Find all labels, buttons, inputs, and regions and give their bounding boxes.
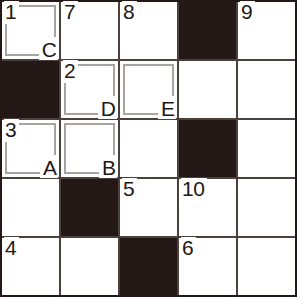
black-cell-r2c3 [179,120,236,177]
clue-number: 4 [4,237,19,260]
grid-cell-r0c0[interactable]: 1C [2,2,59,59]
clue-number: 7 [63,1,78,24]
grid-cell-r0c1[interactable]: 7 [61,2,118,59]
grid-cell-r1c4[interactable] [238,61,295,118]
clue-number: 9 [240,1,255,24]
grid-cell-r1c3[interactable] [179,61,236,118]
clue-number: 1 [4,1,19,24]
clue-number: 2 [63,60,78,83]
grid-cell-r0c2[interactable]: 8 [120,2,177,59]
grid-cell-r1c2[interactable]: E [120,61,177,118]
grid-cell-r3c4[interactable] [238,179,295,236]
grid-cell-r4c0[interactable]: 4 [2,238,59,295]
clue-number: 8 [122,1,137,24]
grid-cell-r4c4[interactable] [238,238,295,295]
clue-number: 6 [181,237,196,260]
black-cell-r0c3 [179,2,236,59]
crossword-board: 1C7892DE3AB51046 [0,0,297,297]
grid-cell-r4c1[interactable] [61,238,118,295]
answer-key-letter: D [98,96,117,119]
black-cell-r1c0 [2,61,59,118]
grid-cell-r1c1[interactable]: 2D [61,61,118,118]
grid-cell-r3c3[interactable]: 10 [179,179,236,236]
clue-number: 3 [4,119,19,142]
black-cell-r3c1 [61,179,118,236]
answer-key-letter: E [158,96,176,119]
grid-cell-r3c2[interactable]: 5 [120,179,177,236]
clue-number: 5 [122,178,137,201]
grid-cell-r2c1[interactable]: B [61,120,118,177]
crossword-puzzle-page: 1C7892DE3AB51046 [0,0,300,300]
grid-cell-r0c4[interactable]: 9 [238,2,295,59]
clue-number: 10 [181,178,207,201]
answer-key-letter: C [39,37,58,60]
grid-cell-r4c3[interactable]: 6 [179,238,236,295]
grid-cell-r2c0[interactable]: 3A [2,120,59,177]
black-cell-r4c2 [120,238,177,295]
answer-key-letter: B [99,155,117,178]
grid-cell-r3c0[interactable] [2,179,59,236]
answer-key-letter: A [40,155,58,178]
grid-cell-r2c4[interactable] [238,120,295,177]
grid-cell-r2c2[interactable] [120,120,177,177]
